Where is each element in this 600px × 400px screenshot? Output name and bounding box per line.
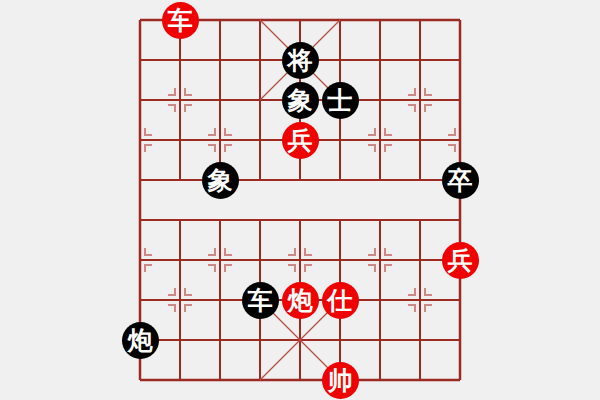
black-elephant[interactable]: 象 (282, 82, 319, 119)
black-advisor[interactable]: 士 (322, 82, 359, 119)
pieces-layer: 车将象士兵象卒兵车炮仕炮帅 (0, 0, 600, 400)
black-soldier[interactable]: 卒 (442, 162, 479, 199)
red-soldier[interactable]: 兵 (282, 122, 319, 159)
black-elephant[interactable]: 象 (202, 162, 239, 199)
red-cannon[interactable]: 炮 (282, 282, 319, 319)
black-general[interactable]: 将 (282, 42, 319, 79)
red-chariot[interactable]: 车 (162, 2, 199, 39)
black-chariot[interactable]: 车 (242, 282, 279, 319)
red-advisor[interactable]: 仕 (322, 282, 359, 319)
red-soldier[interactable]: 兵 (442, 242, 479, 279)
xiangqi-board-screen: 车将象士兵象卒兵车炮仕炮帅 (0, 0, 600, 400)
red-general[interactable]: 帅 (322, 362, 359, 399)
black-cannon[interactable]: 炮 (122, 322, 159, 359)
